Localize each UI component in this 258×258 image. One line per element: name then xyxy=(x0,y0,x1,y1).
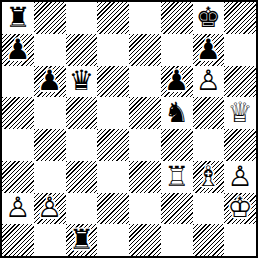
square-c5[interactable] xyxy=(66,97,98,129)
piece-white-pawn[interactable]: ♟♙ xyxy=(193,66,225,98)
piece-glyph: ♙ xyxy=(193,66,225,98)
square-e7[interactable] xyxy=(129,34,161,66)
piece-glyph: ♟ xyxy=(34,66,66,98)
square-e6[interactable] xyxy=(129,66,161,98)
piece-glyph: ♜ xyxy=(2,2,34,34)
square-a5[interactable] xyxy=(2,97,34,129)
piece-glyph: ♙ xyxy=(34,193,66,225)
square-a6[interactable] xyxy=(2,66,34,98)
square-h6[interactable] xyxy=(224,66,256,98)
square-f7[interactable] xyxy=(161,34,193,66)
square-b5[interactable] xyxy=(34,97,66,129)
piece-glyph: ♕ xyxy=(224,97,256,129)
piece-glyph: ♙ xyxy=(224,161,256,193)
piece-glyph: ♛ xyxy=(66,66,98,98)
piece-black-rook[interactable]: ♜♜ xyxy=(66,224,98,256)
piece-black-pawn[interactable]: ♟♟ xyxy=(193,34,225,66)
square-a4[interactable] xyxy=(2,129,34,161)
square-e2[interactable] xyxy=(129,193,161,225)
piece-white-pawn[interactable]: ♟♙ xyxy=(2,193,34,225)
piece-white-rook[interactable]: ♜♖ xyxy=(161,161,193,193)
square-h4[interactable] xyxy=(224,129,256,161)
piece-black-pawn[interactable]: ♟♟ xyxy=(2,34,34,66)
piece-black-pawn[interactable]: ♟♟ xyxy=(161,66,193,98)
square-d7[interactable] xyxy=(97,34,129,66)
square-h5[interactable]: ♛♕ xyxy=(224,97,256,129)
piece-white-king[interactable]: ♚♔ xyxy=(224,193,256,225)
square-f5[interactable]: ♞♞ xyxy=(161,97,193,129)
square-c6[interactable]: ♛♛ xyxy=(66,66,98,98)
square-c4[interactable] xyxy=(66,129,98,161)
square-g2[interactable] xyxy=(193,193,225,225)
piece-glyph: ♖ xyxy=(161,161,193,193)
piece-glyph: ♟ xyxy=(2,34,34,66)
chess-board: ♜♜♚♚♟♟♟♟♟♟♛♛♟♟♟♙♞♞♛♕♜♖♝♗♟♙♟♙♟♙♚♔♜♜ xyxy=(0,0,258,258)
piece-glyph: ♗ xyxy=(193,161,225,193)
piece-black-rook[interactable]: ♜♜ xyxy=(2,2,34,34)
square-e4[interactable] xyxy=(129,129,161,161)
square-b6[interactable]: ♟♟ xyxy=(34,66,66,98)
square-b2[interactable]: ♟♙ xyxy=(34,193,66,225)
square-e1[interactable] xyxy=(129,224,161,256)
square-g3[interactable]: ♝♗ xyxy=(193,161,225,193)
square-g6[interactable]: ♟♙ xyxy=(193,66,225,98)
piece-white-bishop[interactable]: ♝♗ xyxy=(193,161,225,193)
square-g5[interactable] xyxy=(193,97,225,129)
piece-white-pawn[interactable]: ♟♙ xyxy=(224,161,256,193)
square-b8[interactable] xyxy=(34,2,66,34)
square-c7[interactable] xyxy=(66,34,98,66)
piece-glyph: ♞ xyxy=(161,97,193,129)
square-f8[interactable] xyxy=(161,2,193,34)
square-g7[interactable]: ♟♟ xyxy=(193,34,225,66)
piece-black-queen[interactable]: ♛♛ xyxy=(66,66,98,98)
square-c3[interactable] xyxy=(66,161,98,193)
square-f2[interactable] xyxy=(161,193,193,225)
square-h2[interactable]: ♚♔ xyxy=(224,193,256,225)
piece-glyph: ♔ xyxy=(224,193,256,225)
square-a1[interactable] xyxy=(2,224,34,256)
piece-glyph: ♟ xyxy=(193,34,225,66)
piece-glyph: ♙ xyxy=(2,193,34,225)
piece-glyph: ♟ xyxy=(161,66,193,98)
piece-glyph: ♚ xyxy=(193,2,225,34)
square-g4[interactable] xyxy=(193,129,225,161)
square-e8[interactable] xyxy=(129,2,161,34)
square-e5[interactable] xyxy=(129,97,161,129)
square-c8[interactable] xyxy=(66,2,98,34)
square-b7[interactable] xyxy=(34,34,66,66)
square-f1[interactable] xyxy=(161,224,193,256)
square-f4[interactable] xyxy=(161,129,193,161)
piece-white-pawn[interactable]: ♟♙ xyxy=(34,193,66,225)
square-f6[interactable]: ♟♟ xyxy=(161,66,193,98)
square-d2[interactable] xyxy=(97,193,129,225)
square-a8[interactable]: ♜♜ xyxy=(2,2,34,34)
square-f3[interactable]: ♜♖ xyxy=(161,161,193,193)
piece-black-pawn[interactable]: ♟♟ xyxy=(34,66,66,98)
square-b1[interactable] xyxy=(34,224,66,256)
square-d6[interactable] xyxy=(97,66,129,98)
square-d4[interactable] xyxy=(97,129,129,161)
piece-black-knight[interactable]: ♞♞ xyxy=(161,97,193,129)
square-c1[interactable]: ♜♜ xyxy=(66,224,98,256)
square-b3[interactable] xyxy=(34,161,66,193)
square-h1[interactable] xyxy=(224,224,256,256)
square-b4[interactable] xyxy=(34,129,66,161)
square-d8[interactable] xyxy=(97,2,129,34)
square-a2[interactable]: ♟♙ xyxy=(2,193,34,225)
square-d3[interactable] xyxy=(97,161,129,193)
piece-glyph: ♜ xyxy=(66,224,98,256)
square-c2[interactable] xyxy=(66,193,98,225)
piece-black-king[interactable]: ♚♚ xyxy=(193,2,225,34)
square-h3[interactable]: ♟♙ xyxy=(224,161,256,193)
chess-diagram: ♜♜♚♚♟♟♟♟♟♟♛♛♟♟♟♙♞♞♛♕♜♖♝♗♟♙♟♙♟♙♚♔♜♜ xyxy=(0,0,258,258)
square-g1[interactable] xyxy=(193,224,225,256)
square-e3[interactable] xyxy=(129,161,161,193)
square-a3[interactable] xyxy=(2,161,34,193)
square-h8[interactable] xyxy=(224,2,256,34)
square-d1[interactable] xyxy=(97,224,129,256)
square-a7[interactable]: ♟♟ xyxy=(2,34,34,66)
square-d5[interactable] xyxy=(97,97,129,129)
square-h7[interactable] xyxy=(224,34,256,66)
square-g8[interactable]: ♚♚ xyxy=(193,2,225,34)
piece-white-queen[interactable]: ♛♕ xyxy=(224,97,256,129)
